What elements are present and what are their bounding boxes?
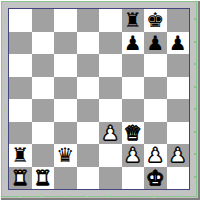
white-pawn-g2[interactable]: ♟ (146, 145, 164, 165)
square-a7[interactable] (9, 32, 32, 55)
white-pawn-f2[interactable]: ♟ (124, 145, 142, 165)
square-f5[interactable] (122, 77, 145, 100)
square-b4[interactable] (32, 99, 55, 122)
rank-label-6: 6 (1, 53, 8, 76)
rank-tick-7 (194, 41, 196, 43)
square-f7[interactable]: ♟ (122, 32, 145, 55)
black-king-g8[interactable]: ♚ (146, 10, 164, 30)
square-a4[interactable] (9, 99, 32, 122)
rank-label-7: 7 (1, 31, 8, 54)
file-label-g: g (143, 190, 166, 198)
square-f1[interactable] (122, 167, 145, 190)
rank-tick-2 (194, 153, 196, 155)
file-label-f: f (121, 190, 144, 198)
square-g3[interactable] (144, 122, 167, 145)
rank-tick-1 (194, 176, 196, 178)
square-d7[interactable] (77, 32, 100, 55)
square-g1[interactable]: ♚ (144, 167, 167, 190)
square-c3[interactable] (54, 122, 77, 145)
square-e6[interactable] (99, 54, 122, 77)
square-d6[interactable] (77, 54, 100, 77)
square-h1[interactable] (167, 167, 190, 190)
square-g6[interactable] (144, 54, 167, 77)
square-c1[interactable] (54, 167, 77, 190)
rank-label-1: 1 (1, 166, 8, 189)
rank-label-5: 5 (1, 76, 8, 99)
black-pawn-h7[interactable]: ♟ (169, 33, 187, 53)
square-d8[interactable] (77, 9, 100, 32)
white-king-g1[interactable]: ♚ (146, 168, 164, 188)
square-c6[interactable] (54, 54, 77, 77)
black-queen-c2[interactable]: ♛ (56, 145, 74, 165)
square-e8[interactable] (99, 9, 122, 32)
black-rook-a2[interactable]: ♜ (11, 145, 29, 165)
file-label-a: a (8, 190, 31, 198)
square-b7[interactable] (32, 32, 55, 55)
square-a6[interactable] (9, 54, 32, 77)
square-d1[interactable] (77, 167, 100, 190)
square-b1[interactable]: ♜ (32, 167, 55, 190)
black-rook-f8[interactable]: ♜ (124, 10, 142, 30)
square-a2[interactable]: ♜ (9, 144, 32, 167)
square-d4[interactable] (77, 99, 100, 122)
rank-tick-5 (194, 86, 196, 88)
square-h3[interactable] (167, 122, 190, 145)
square-a8[interactable] (9, 9, 32, 32)
chess-board-frame: ♜♚♟♟♟♟♛♜♛♟♟♟♜♜♚ 87654321 abcdefgh (0, 0, 200, 200)
square-g8[interactable]: ♚ (144, 9, 167, 32)
rank-label-2: 2 (1, 143, 8, 166)
square-e5[interactable] (99, 77, 122, 100)
square-f2[interactable]: ♟ (122, 144, 145, 167)
square-c8[interactable] (54, 9, 77, 32)
black-pawn-g7[interactable]: ♟ (146, 33, 164, 53)
rank-label-8: 8 (1, 8, 8, 31)
square-h4[interactable] (167, 99, 190, 122)
square-f8[interactable]: ♜ (122, 9, 145, 32)
white-pawn-h2[interactable]: ♟ (169, 145, 187, 165)
square-h2[interactable]: ♟ (167, 144, 190, 167)
rank-label-3: 3 (1, 121, 8, 144)
file-label-d: d (76, 190, 99, 198)
square-h8[interactable] (167, 9, 190, 32)
square-g7[interactable]: ♟ (144, 32, 167, 55)
square-b8[interactable] (32, 9, 55, 32)
file-label-b: b (31, 190, 54, 198)
square-h6[interactable] (167, 54, 190, 77)
square-d3[interactable] (77, 122, 100, 145)
square-e4[interactable] (99, 99, 122, 122)
square-f3[interactable]: ♛ (122, 122, 145, 145)
square-b3[interactable] (32, 122, 55, 145)
square-a5[interactable] (9, 77, 32, 100)
square-e2[interactable] (99, 144, 122, 167)
square-d5[interactable] (77, 77, 100, 100)
square-c4[interactable] (54, 99, 77, 122)
white-queen-f3[interactable]: ♛ (124, 123, 142, 143)
square-g4[interactable] (144, 99, 167, 122)
rank-tick-6 (194, 63, 196, 65)
file-label-c: c (53, 190, 76, 198)
rank-tick-8 (194, 18, 196, 20)
rank-tick-4 (194, 108, 196, 110)
white-pawn-e3[interactable]: ♟ (101, 123, 119, 143)
file-label-h: h (166, 190, 189, 198)
square-h7[interactable]: ♟ (167, 32, 190, 55)
white-rook-a1[interactable]: ♜ (11, 168, 29, 188)
rank-label-4: 4 (1, 98, 8, 121)
square-b5[interactable] (32, 77, 55, 100)
square-c5[interactable] (54, 77, 77, 100)
square-a3[interactable] (9, 122, 32, 145)
square-b2[interactable] (32, 144, 55, 167)
square-g2[interactable]: ♟ (144, 144, 167, 167)
square-a1[interactable]: ♜ (9, 167, 32, 190)
rank-tick-3 (194, 131, 196, 133)
square-e7[interactable] (99, 32, 122, 55)
square-e3[interactable]: ♟ (99, 122, 122, 145)
file-label-e: e (98, 190, 121, 198)
black-pawn-f7[interactable]: ♟ (124, 33, 142, 53)
square-c2[interactable]: ♛ (54, 144, 77, 167)
square-e1[interactable] (99, 167, 122, 190)
square-h5[interactable] (167, 77, 190, 100)
square-g5[interactable] (144, 77, 167, 100)
square-f4[interactable] (122, 99, 145, 122)
square-b6[interactable] (32, 54, 55, 77)
square-d2[interactable] (77, 144, 100, 167)
chess-board: ♜♚♟♟♟♟♛♜♛♟♟♟♜♜♚ (8, 8, 190, 190)
square-f6[interactable] (122, 54, 145, 77)
square-c7[interactable] (54, 32, 77, 55)
white-rook-b1[interactable]: ♜ (34, 168, 52, 188)
